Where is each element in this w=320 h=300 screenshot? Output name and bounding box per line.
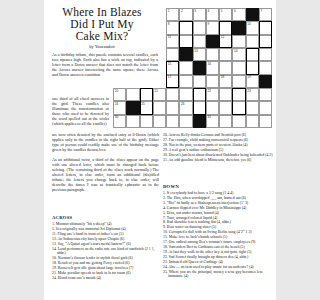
grid-cell-r2-c11[interactable]: 10	[246, 21, 259, 34]
grid-cell-r8-c5[interactable]	[166, 101, 179, 114]
grid-cell-r7-c4[interactable]: 21	[153, 88, 166, 101]
grid-cell-r4-c6	[179, 48, 192, 61]
crossword-grid: 1234567891011121314151617181920212223242…	[113, 8, 272, 128]
grid-cell-r1-c5[interactable]: 1	[166, 8, 179, 21]
grid-cell-r9-c11[interactable]	[246, 115, 259, 128]
grid-cell-r9-c9[interactable]	[219, 115, 232, 128]
grid-cell-r8-c4[interactable]	[153, 101, 166, 114]
cell-number: 1	[168, 9, 170, 13]
grid-cell-r8-c9[interactable]	[219, 101, 232, 114]
grid-cell-r1-c10[interactable]: 6	[232, 8, 245, 21]
cell-number: 26	[181, 102, 185, 106]
grid-cell-r1-c6[interactable]: 2	[179, 8, 192, 21]
candle-outline-8	[232, 88, 245, 115]
grid-cell-r1-c8[interactable]: 4	[206, 8, 219, 21]
grid-cell-r6-c6[interactable]	[179, 75, 192, 88]
puzzle-page: Where In Blazes Did I Put My Cake Mix? b…	[44, 0, 276, 300]
grid-cell-r5-c12[interactable]	[259, 61, 272, 74]
grid-cell-r8-c12[interactable]	[259, 101, 272, 114]
grid-cell-r5-c6[interactable]	[179, 61, 192, 74]
grid-cell-r9-c1[interactable]: 30	[113, 115, 126, 128]
cell-number: 13	[194, 49, 198, 53]
down-clues: 1. If everybody had to have a 1/2 song (…	[163, 191, 273, 279]
cell-number: 14	[234, 49, 238, 53]
cell-number: 4	[207, 9, 209, 13]
cell-number: 11	[168, 35, 171, 39]
cell-number: 23	[247, 89, 251, 93]
across-heading: ACROSS	[52, 215, 72, 220]
across-clue-14: 14. Loud performers on the radio rate on…	[52, 247, 159, 257]
grid-cell-r6-c12	[259, 75, 272, 88]
grid-cell-r5-c8[interactable]: 16	[206, 61, 219, 74]
candle-outline-5	[166, 61, 179, 88]
cell-number: 30	[115, 115, 119, 119]
grid-cell-r9-c5[interactable]	[166, 115, 179, 128]
grid-cell-r3-c7[interactable]	[193, 35, 206, 48]
candle-outline-4	[246, 48, 259, 75]
candle-outline-6	[140, 88, 153, 115]
grid-cell-r1-c12[interactable]: 7	[259, 8, 272, 21]
grid-cell-r5-c7	[193, 61, 206, 74]
intro-paragraph-2: are now often denoted by the unclued ent…	[52, 133, 159, 153]
cell-number: 2	[181, 9, 183, 13]
grid-cell-r4-c9[interactable]	[219, 48, 232, 61]
grid-cell-r8-c1[interactable]: 24	[113, 101, 126, 114]
grid-cell-r6-c9[interactable]: 18	[219, 75, 232, 88]
candle-outline-2	[219, 21, 232, 48]
cell-number: 9	[207, 22, 209, 26]
cell-number: 21	[154, 89, 158, 93]
grid-cell-r8-c11[interactable]	[246, 101, 259, 114]
cell-number: 5	[221, 9, 223, 13]
cell-number: 22	[207, 89, 211, 93]
cell-number: 31	[207, 115, 211, 119]
grid-cell-r9-c10[interactable]	[232, 115, 245, 128]
grid-cell-r9-c4[interactable]	[153, 115, 166, 128]
grid-cell-r6-c8[interactable]	[206, 75, 219, 88]
grid-cell-r7-c11[interactable]: 23	[246, 88, 259, 101]
grid-cell-r8-c2	[126, 101, 139, 114]
cell-number: 6	[234, 9, 236, 13]
cell-number: 10	[247, 22, 251, 26]
grid-cell-r2-c5[interactable]: 8	[166, 21, 179, 34]
grid-cell-r1-c9[interactable]: 5	[219, 8, 232, 21]
grid-cell-r1-c7[interactable]: 3	[193, 8, 206, 21]
grid-cell-r7-c5[interactable]	[166, 88, 179, 101]
intro-paragraph-3: As an additional twist, a third of the c…	[52, 158, 159, 193]
cell-number: 19	[247, 75, 251, 79]
grid-cell-r9-c6[interactable]	[179, 115, 192, 128]
grid-cell-r7-c8[interactable]: 22	[206, 88, 219, 101]
grid-cell-r4-c8[interactable]	[206, 48, 219, 61]
grid-cell-r4-c10[interactable]: 14	[232, 48, 245, 61]
across-clues-right-column: 26. Actress Kelly drinks German and Scot…	[163, 133, 273, 162]
cell-number: 8	[168, 22, 170, 26]
grid-cell-r7-c6[interactable]	[179, 88, 192, 101]
candle-outline-1	[179, 21, 192, 48]
grid-cell-r2-c8[interactable]: 9	[206, 21, 219, 34]
cell-number: 7	[260, 9, 262, 13]
grid-cell-r3-c11[interactable]	[246, 35, 259, 48]
grid-cell-r9-c3[interactable]	[140, 115, 153, 128]
cell-number: 3	[194, 9, 196, 13]
intro-paragraph-1b: one third of all clued answers in the gr…	[52, 97, 109, 127]
grid-cell-r9-c2[interactable]	[126, 115, 139, 128]
grid-cell-r7-c9[interactable]	[219, 88, 232, 101]
grid-cell-r9-c7	[193, 115, 206, 128]
grid-cell-r4-c7[interactable]: 13	[193, 48, 206, 61]
grid-cell-r2-c10	[232, 21, 245, 34]
grid-cell-r6-c7[interactable]	[193, 75, 206, 88]
grid-cell-r1-c11	[246, 8, 259, 21]
grid-cell-r6-c11[interactable]: 19	[246, 75, 259, 88]
grid-cell-r3-c5[interactable]: 11	[166, 35, 179, 48]
grid-cell-r6-c10[interactable]	[232, 75, 245, 88]
grid-cell-r9-c12[interactable]	[259, 115, 272, 128]
grid-cell-r3-c10[interactable]	[232, 35, 245, 48]
grid-cell-r2-c7[interactable]	[193, 21, 206, 34]
grid-cell-r7-c1[interactable]: 20	[113, 88, 126, 101]
grid-cell-r5-c10[interactable]	[232, 61, 245, 74]
across-clue-30: 30. Doesn’t just heat about disoriented …	[163, 153, 273, 158]
cell-number: 20	[115, 89, 119, 93]
across-clue-24: 24. Blood from one’s mouth (4)	[52, 276, 159, 281]
candle-outline-7	[193, 88, 206, 115]
across-clues-left-column: 1. Murmur ultimately “hit a sheep” (4)5.…	[52, 222, 159, 281]
grid-cell-r7-c2[interactable]	[126, 88, 139, 101]
cell-number: 18	[221, 75, 225, 79]
cell-number: 24	[115, 102, 119, 106]
down-clue-25: 25. Where you are the principal, money a…	[163, 270, 273, 280]
grid-cell-r4-c5[interactable]	[166, 48, 179, 61]
grid-cell-r9-c8[interactable]: 31	[206, 115, 219, 128]
grid-cell-r7-c12[interactable]	[259, 88, 272, 101]
grid-cell-r3-c8	[206, 35, 219, 48]
grid-cell-r8-c8[interactable]	[206, 101, 219, 114]
grid-cell-r8-c6[interactable]: 26	[179, 101, 192, 114]
candle-outline-3	[259, 21, 272, 48]
across-clue-31: 31. An odd gasoline blend is Minnesota, …	[163, 158, 273, 163]
cell-number: 16	[207, 62, 211, 66]
down-heading: DOWN	[163, 184, 179, 189]
grid-cell-r5-c9[interactable]	[219, 61, 232, 74]
grid-cell-r4-c12[interactable]	[259, 48, 272, 61]
